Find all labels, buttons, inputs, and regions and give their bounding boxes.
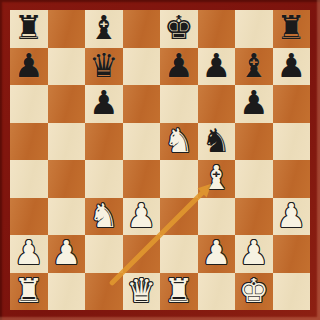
square-a7[interactable]: ♟ (10, 48, 48, 86)
square-f2[interactable]: ♟ (198, 235, 236, 273)
square-c6[interactable]: ♟ (85, 85, 123, 123)
square-e3[interactable] (160, 198, 198, 236)
piece-black-pawn-a7[interactable]: ♟ (14, 48, 44, 85)
square-h1[interactable] (273, 273, 311, 311)
square-c1[interactable] (85, 273, 123, 311)
square-h2[interactable] (273, 235, 311, 273)
piece-black-pawn-e7[interactable]: ♟ (164, 48, 194, 85)
square-d1[interactable]: ♛ (123, 273, 161, 311)
square-g1[interactable]: ♚ (235, 273, 273, 311)
square-h4[interactable] (273, 160, 311, 198)
square-a8[interactable]: ♜ (10, 10, 48, 48)
piece-black-pawn-f7[interactable]: ♟ (201, 48, 231, 85)
piece-black-pawn-g6[interactable]: ♟ (239, 85, 269, 122)
square-b3[interactable] (48, 198, 86, 236)
square-f4[interactable]: ♝ (198, 160, 236, 198)
square-d2[interactable] (123, 235, 161, 273)
square-d3[interactable]: ♟ (123, 198, 161, 236)
square-g4[interactable] (235, 160, 273, 198)
piece-black-queen-c7[interactable]: ♛ (89, 48, 119, 85)
square-a3[interactable] (10, 198, 48, 236)
square-c4[interactable] (85, 160, 123, 198)
square-d4[interactable] (123, 160, 161, 198)
square-d7[interactable] (123, 48, 161, 86)
square-e6[interactable] (160, 85, 198, 123)
square-e5[interactable]: ♞ (160, 123, 198, 161)
square-c2[interactable] (85, 235, 123, 273)
piece-black-pawn-c6[interactable]: ♟ (89, 85, 119, 122)
piece-white-rook-a1[interactable]: ♜ (14, 273, 44, 310)
piece-black-rook-a8[interactable]: ♜ (14, 10, 44, 47)
piece-white-rook-e1[interactable]: ♜ (164, 273, 194, 310)
square-g5[interactable] (235, 123, 273, 161)
square-c7[interactable]: ♛ (85, 48, 123, 86)
square-c8[interactable]: ♝ (85, 10, 123, 48)
square-f5[interactable]: ♞ (198, 123, 236, 161)
square-f6[interactable] (198, 85, 236, 123)
square-h7[interactable]: ♟ (273, 48, 311, 86)
piece-black-rook-h8[interactable]: ♜ (276, 10, 306, 47)
square-h3[interactable]: ♟ (273, 198, 311, 236)
square-d6[interactable] (123, 85, 161, 123)
square-e4[interactable] (160, 160, 198, 198)
square-b8[interactable] (48, 10, 86, 48)
square-g3[interactable] (235, 198, 273, 236)
square-h8[interactable]: ♜ (273, 10, 311, 48)
square-b7[interactable] (48, 48, 86, 86)
square-b1[interactable] (48, 273, 86, 311)
piece-white-pawn-g2[interactable]: ♟ (239, 235, 269, 272)
square-g2[interactable]: ♟ (235, 235, 273, 273)
square-a2[interactable]: ♟ (10, 235, 48, 273)
piece-black-king-e8[interactable]: ♚ (164, 10, 194, 47)
square-a4[interactable] (10, 160, 48, 198)
piece-white-knight-e5[interactable]: ♞ (164, 123, 194, 160)
piece-white-king-g1[interactable]: ♚ (239, 273, 269, 310)
piece-white-knight-c3[interactable]: ♞ (89, 198, 119, 235)
square-b4[interactable] (48, 160, 86, 198)
square-d5[interactable] (123, 123, 161, 161)
piece-black-bishop-g7[interactable]: ♝ (239, 48, 269, 85)
piece-white-pawn-d3[interactable]: ♟ (126, 198, 156, 235)
piece-black-pawn-h7[interactable]: ♟ (276, 48, 306, 85)
square-f1[interactable] (198, 273, 236, 311)
square-a5[interactable] (10, 123, 48, 161)
square-h6[interactable] (273, 85, 311, 123)
square-b2[interactable]: ♟ (48, 235, 86, 273)
square-g6[interactable]: ♟ (235, 85, 273, 123)
square-a1[interactable]: ♜ (10, 273, 48, 311)
piece-black-bishop-c8[interactable]: ♝ (89, 10, 119, 47)
square-f3[interactable] (198, 198, 236, 236)
square-e7[interactable]: ♟ (160, 48, 198, 86)
square-g7[interactable]: ♝ (235, 48, 273, 86)
chess-diagram: ♜♝♚♜♟♛♟♟♝♟♟♟♞♞♝♞♟♟♟♟♟♟♜♛♜♚ (0, 0, 320, 320)
square-f8[interactable] (198, 10, 236, 48)
square-e8[interactable]: ♚ (160, 10, 198, 48)
square-f7[interactable]: ♟ (198, 48, 236, 86)
square-c3[interactable]: ♞ (85, 198, 123, 236)
piece-white-bishop-f4[interactable]: ♝ (201, 160, 231, 197)
piece-white-pawn-b2[interactable]: ♟ (51, 235, 81, 272)
square-e1[interactable]: ♜ (160, 273, 198, 311)
piece-black-knight-f5[interactable]: ♞ (201, 123, 231, 160)
square-b6[interactable] (48, 85, 86, 123)
piece-white-queen-d1[interactable]: ♛ (126, 273, 156, 310)
piece-white-pawn-a2[interactable]: ♟ (14, 235, 44, 272)
square-a6[interactable] (10, 85, 48, 123)
square-h5[interactable] (273, 123, 311, 161)
piece-white-pawn-h3[interactable]: ♟ (276, 198, 306, 235)
square-e2[interactable] (160, 235, 198, 273)
square-c5[interactable] (85, 123, 123, 161)
square-b5[interactable] (48, 123, 86, 161)
square-d8[interactable] (123, 10, 161, 48)
piece-white-pawn-f2[interactable]: ♟ (201, 235, 231, 272)
chess-board: ♜♝♚♜♟♛♟♟♝♟♟♟♞♞♝♞♟♟♟♟♟♟♜♛♜♚ (10, 10, 310, 310)
square-g8[interactable] (235, 10, 273, 48)
